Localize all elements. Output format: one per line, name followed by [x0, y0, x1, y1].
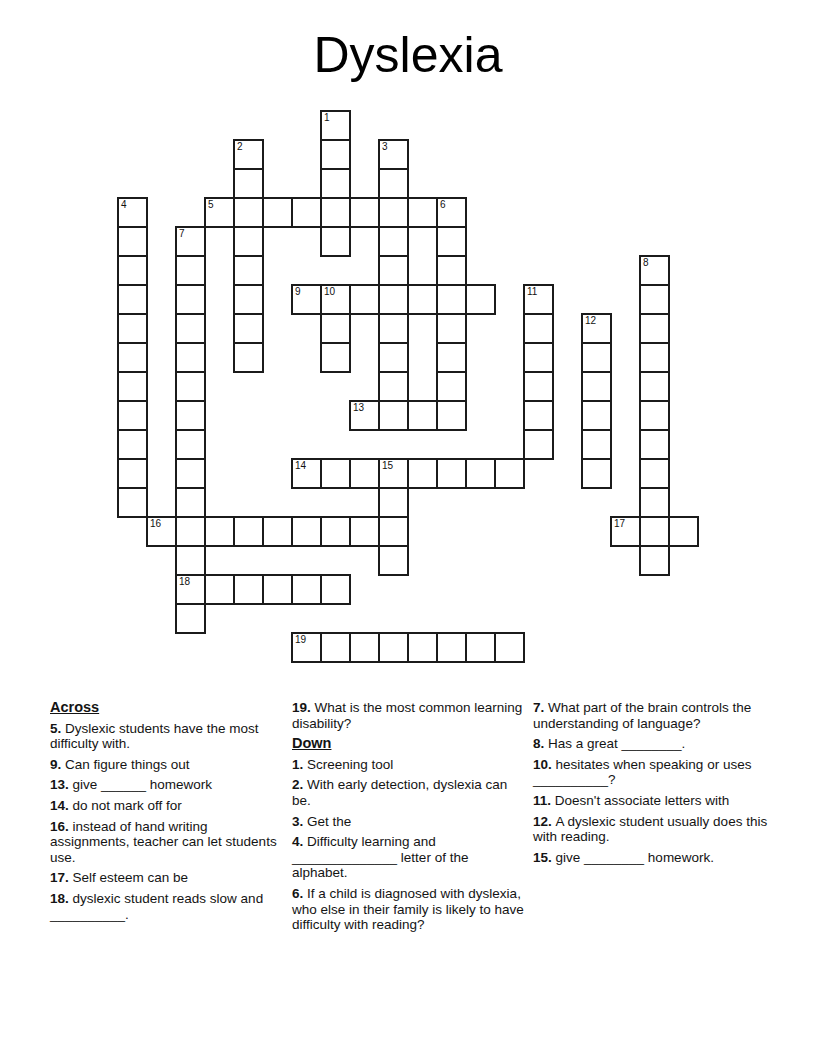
clue-number: 4. — [292, 834, 307, 849]
cell-number: 11 — [527, 286, 537, 297]
clue-text: Doesn't associate letters with — [555, 793, 729, 808]
grid-cell[interactable]: 11 — [523, 284, 554, 315]
grid-cell[interactable] — [494, 458, 525, 489]
grid-cell[interactable] — [378, 516, 409, 547]
grid-cell[interactable]: 13 — [349, 400, 380, 431]
grid-cell[interactable] — [639, 429, 670, 460]
grid-cell[interactable] — [349, 284, 380, 315]
grid-cell[interactable] — [117, 255, 148, 286]
grid-cell[interactable] — [175, 400, 206, 431]
clue-item: 2. With early detection, dyslexia can be… — [292, 777, 524, 808]
grid-cell[interactable] — [349, 632, 380, 663]
grid-cell[interactable]: 2 — [233, 139, 264, 170]
clue-item: 9. Can figure things out — [50, 757, 288, 773]
grid-cell[interactable] — [407, 197, 438, 228]
grid-cell[interactable] — [320, 342, 351, 373]
grid-cell[interactable]: 5 — [204, 197, 235, 228]
clue-text: Screening tool — [307, 757, 393, 772]
grid-cell[interactable]: 7 — [175, 226, 206, 257]
cell-number: 13 — [353, 402, 364, 413]
clue-item: 16. instead of hand writing assignments,… — [50, 819, 288, 866]
cell-number: 4 — [121, 199, 127, 210]
grid-cell[interactable] — [465, 458, 496, 489]
clue-item: 7. What part of the brain controls the u… — [533, 700, 783, 731]
cell-number: 18 — [179, 576, 190, 587]
grid-cell[interactable] — [175, 429, 206, 460]
clue-item: 5. Dyslexic students have the most diffi… — [50, 721, 288, 752]
grid-cell[interactable]: 1 — [320, 110, 351, 141]
clue-number: 17. — [50, 870, 73, 885]
cell-number: 6 — [440, 199, 446, 210]
grid-cell[interactable] — [378, 487, 409, 518]
grid-cell[interactable] — [320, 458, 351, 489]
grid-cell[interactable]: 9 — [291, 284, 322, 315]
clue-item: 12. A dyslexic student usually does this… — [533, 814, 783, 845]
grid-cell[interactable] — [436, 458, 467, 489]
cell-number: 3 — [382, 141, 388, 152]
grid-cell[interactable] — [436, 400, 467, 431]
down-heading: Down — [292, 736, 524, 752]
clue-number: 5. — [50, 721, 65, 736]
grid-cell[interactable]: 17 — [610, 516, 641, 547]
grid-cell[interactable] — [378, 255, 409, 286]
clue-number: 18. — [50, 891, 73, 906]
cell-number: 7 — [179, 228, 185, 239]
clue-number: 12. — [533, 814, 556, 829]
grid-cell[interactable] — [523, 400, 554, 431]
cell-number: 19 — [295, 634, 306, 645]
grid-cell[interactable] — [436, 342, 467, 373]
grid-cell[interactable] — [378, 168, 409, 199]
grid-cell[interactable] — [117, 429, 148, 460]
clue-number: 2. — [292, 777, 307, 792]
clue-column-1: Across5. Dyslexic students have the most… — [50, 700, 288, 927]
clue-text: Self esteem can be — [73, 870, 189, 885]
grid-cell[interactable] — [175, 371, 206, 402]
clue-text: give ______ homework — [73, 777, 213, 792]
grid-cell[interactable]: 8 — [639, 255, 670, 286]
cell-number: 17 — [614, 518, 625, 529]
grid-cell[interactable] — [175, 313, 206, 344]
grid-cell[interactable] — [523, 429, 554, 460]
grid-cell[interactable] — [378, 371, 409, 402]
clue-text: A dyslexic student usually does this wit… — [533, 814, 767, 845]
grid-cell[interactable] — [639, 516, 670, 547]
clue-text: instead of hand writing assignments, tea… — [50, 819, 277, 865]
cell-number: 5 — [208, 199, 214, 210]
grid-cell[interactable] — [175, 342, 206, 373]
grid-cell[interactable] — [291, 197, 322, 228]
grid-cell[interactable] — [378, 400, 409, 431]
grid-cell[interactable] — [494, 632, 525, 663]
grid-cell[interactable] — [639, 487, 670, 518]
cell-number: 1 — [324, 112, 330, 123]
grid-cell[interactable] — [523, 342, 554, 373]
clue-item: 14. do not mark off for — [50, 798, 288, 814]
grid-cell[interactable] — [349, 516, 380, 547]
grid-cell[interactable]: 6 — [436, 197, 467, 228]
grid-cell[interactable] — [639, 371, 670, 402]
clue-text: Difficulty learning and ______________ l… — [292, 834, 468, 880]
clue-text: give ________ homework. — [556, 850, 714, 865]
grid-cell[interactable] — [262, 516, 293, 547]
grid-cell[interactable] — [233, 226, 264, 257]
grid-cell[interactable] — [320, 516, 351, 547]
grid-cell[interactable] — [233, 197, 264, 228]
grid-cell[interactable]: 10 — [320, 284, 351, 315]
grid-cell[interactable] — [291, 574, 322, 605]
clue-item: 1. Screening tool — [292, 757, 524, 773]
clue-number: 15. — [533, 850, 556, 865]
grid-cell[interactable] — [117, 342, 148, 373]
grid-cell[interactable] — [436, 284, 467, 315]
grid-cell[interactable] — [436, 226, 467, 257]
cell-number: 9 — [295, 286, 301, 297]
grid-cell[interactable] — [291, 516, 322, 547]
grid-cell[interactable] — [378, 313, 409, 344]
grid-cell[interactable] — [320, 197, 351, 228]
cell-number: 2 — [237, 141, 243, 152]
clue-item: 11. Doesn't associate letters with — [533, 793, 783, 809]
grid-cell[interactable] — [407, 632, 438, 663]
grid-cell[interactable] — [349, 197, 380, 228]
grid-cell[interactable] — [436, 255, 467, 286]
clue-number: 14. — [50, 798, 73, 813]
clue-number: 1. — [292, 757, 307, 772]
grid-cell[interactable] — [117, 313, 148, 344]
grid-cell[interactable] — [581, 429, 612, 460]
grid-cell[interactable] — [320, 226, 351, 257]
grid-cell[interactable] — [117, 371, 148, 402]
grid-cell[interactable]: 19 — [291, 632, 322, 663]
grid-cell[interactable] — [581, 400, 612, 431]
grid-cell[interactable] — [320, 574, 351, 605]
cell-number: 16 — [150, 518, 161, 529]
clue-number: 7. — [533, 700, 548, 715]
clue-item: 19. What is the most common learning dis… — [292, 700, 524, 731]
grid-cell[interactable] — [117, 226, 148, 257]
clue-text: Dyslexic students have the most difficul… — [50, 721, 259, 752]
clue-text: do not mark off for — [73, 798, 182, 813]
grid-cell[interactable] — [378, 632, 409, 663]
grid-cell[interactable] — [581, 342, 612, 373]
grid-cell[interactable] — [262, 574, 293, 605]
grid-cell[interactable] — [378, 197, 409, 228]
grid-cell[interactable] — [117, 458, 148, 489]
clue-item: 17. Self esteem can be — [50, 870, 288, 886]
grid-cell[interactable] — [639, 342, 670, 373]
clue-text: With early detection, dyslexia can be. — [292, 777, 507, 808]
grid-cell[interactable] — [523, 371, 554, 402]
grid-cell[interactable] — [349, 458, 380, 489]
cell-number: 10 — [324, 286, 335, 297]
grid-cell[interactable] — [639, 458, 670, 489]
clue-number: 8. — [533, 736, 548, 751]
clue-number: 19. — [292, 700, 315, 715]
grid-cell[interactable] — [581, 458, 612, 489]
clue-text: If a child is diagnosed with dyslexia, w… — [292, 886, 524, 932]
clue-item: 6. If a child is diagnosed with dyslexia… — [292, 886, 524, 933]
clue-text: What is the most common learning disabil… — [292, 700, 522, 731]
grid-cell[interactable] — [233, 342, 264, 373]
grid-cell[interactable] — [523, 313, 554, 344]
clue-item: 18. dyslexic student reads slow and ____… — [50, 891, 288, 922]
grid-cell[interactable] — [175, 516, 206, 547]
grid-cell[interactable] — [378, 284, 409, 315]
clue-text: dyslexic student reads slow and ________… — [50, 891, 263, 922]
crossword-grid: 12345678910111213141516171819 — [117, 110, 699, 663]
grid-cell[interactable] — [436, 371, 467, 402]
grid-cell[interactable] — [407, 284, 438, 315]
cell-number: 12 — [585, 315, 596, 326]
grid-cell[interactable] — [233, 313, 264, 344]
grid-cell[interactable] — [262, 197, 293, 228]
clue-number: 16. — [50, 819, 73, 834]
grid-cell[interactable] — [233, 168, 264, 199]
grid-cell[interactable] — [378, 342, 409, 373]
grid-cell[interactable] — [436, 632, 467, 663]
cell-number: 14 — [295, 460, 306, 471]
grid-cell[interactable] — [320, 168, 351, 199]
grid-cell[interactable]: 3 — [378, 139, 409, 170]
grid-cell[interactable] — [639, 313, 670, 344]
grid-cell[interactable] — [233, 574, 264, 605]
grid-cell[interactable] — [581, 371, 612, 402]
clue-text: Can figure things out — [65, 757, 190, 772]
grid-cell[interactable] — [175, 603, 206, 634]
grid-cell[interactable] — [407, 458, 438, 489]
grid-cell[interactable] — [175, 487, 206, 518]
clue-number: 11. — [533, 793, 555, 808]
grid-cell[interactable]: 4 — [117, 197, 148, 228]
grid-cell[interactable] — [320, 139, 351, 170]
grid-cell[interactable] — [668, 516, 699, 547]
grid-cell[interactable] — [465, 284, 496, 315]
clue-text: What part of the brain controls the unde… — [533, 700, 751, 731]
grid-cell[interactable] — [407, 400, 438, 431]
clue-item: 10. hesitates when speaking or uses ____… — [533, 757, 783, 788]
clue-number: 10. — [533, 757, 556, 772]
grid-cell[interactable] — [175, 545, 206, 576]
grid-cell[interactable]: 12 — [581, 313, 612, 344]
clue-number: 13. — [50, 777, 73, 792]
grid-cell[interactable] — [175, 255, 206, 286]
puzzle-title: Dyslexia — [0, 26, 816, 84]
clue-item: 4. Difficulty learning and _____________… — [292, 834, 524, 881]
grid-cell[interactable] — [175, 284, 206, 315]
grid-cell[interactable] — [117, 487, 148, 518]
grid-cell[interactable] — [378, 226, 409, 257]
grid-cell[interactable]: 18 — [175, 574, 206, 605]
grid-cell[interactable] — [117, 284, 148, 315]
grid-cell[interactable] — [639, 400, 670, 431]
grid-cell[interactable] — [639, 545, 670, 576]
clue-item: 15. give ________ homework. — [533, 850, 783, 866]
cell-number: 8 — [643, 257, 649, 268]
grid-cell[interactable] — [117, 400, 148, 431]
grid-cell[interactable]: 16 — [146, 516, 177, 547]
grid-cell[interactable] — [465, 632, 496, 663]
grid-cell[interactable] — [233, 284, 264, 315]
clue-number: 3. — [292, 814, 307, 829]
clue-item: 8. Has a great ________. — [533, 736, 783, 752]
grid-cell[interactable]: 15 — [378, 458, 409, 489]
clue-item: 13. give ______ homework — [50, 777, 288, 793]
cell-number: 15 — [382, 460, 393, 471]
clue-text: Has a great ________. — [548, 736, 685, 751]
grid-cell[interactable] — [233, 255, 264, 286]
clue-text: hesitates when speaking or uses ________… — [533, 757, 751, 788]
clue-column-3: 7. What part of the brain controls the u… — [533, 700, 783, 870]
clue-item: 3. Get the — [292, 814, 524, 830]
grid-cell[interactable] — [378, 545, 409, 576]
clue-number: 6. — [292, 886, 307, 901]
clue-column-2: 19. What is the most common learning dis… — [292, 700, 524, 938]
grid-cell[interactable] — [639, 284, 670, 315]
clue-text: Get the — [307, 814, 351, 829]
grid-cell[interactable] — [175, 458, 206, 489]
grid-cell[interactable] — [320, 632, 351, 663]
grid-cell[interactable] — [436, 313, 467, 344]
clue-number: 9. — [50, 757, 65, 772]
grid-cell[interactable]: 14 — [291, 458, 322, 489]
grid-cell[interactable] — [204, 574, 235, 605]
grid-cell[interactable] — [233, 516, 264, 547]
grid-cell[interactable] — [320, 313, 351, 344]
grid-cell[interactable] — [204, 516, 235, 547]
across-heading: Across — [50, 700, 288, 716]
